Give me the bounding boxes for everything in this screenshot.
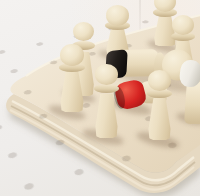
peg-body [57, 71, 87, 112]
peg-head [148, 70, 171, 91]
peg-head [60, 44, 83, 66]
peg-head [172, 15, 194, 35]
peg-body [184, 82, 200, 124]
peg-upright-mid-left[interactable] [92, 64, 121, 138]
peg-head [106, 5, 129, 26]
peg-head [95, 64, 118, 85]
peg-flipped-white[interactable] [178, 58, 200, 124]
white-bottom-cap [178, 59, 200, 88]
memory-chess-photo [0, 0, 200, 196]
peg-upright-front-left[interactable] [57, 44, 87, 112]
peg-body [92, 94, 121, 138]
peg-head [73, 22, 94, 41]
peg-upright-mid-right[interactable] [145, 70, 174, 140]
peg-ring [94, 84, 120, 93]
peg-body [145, 98, 174, 140]
